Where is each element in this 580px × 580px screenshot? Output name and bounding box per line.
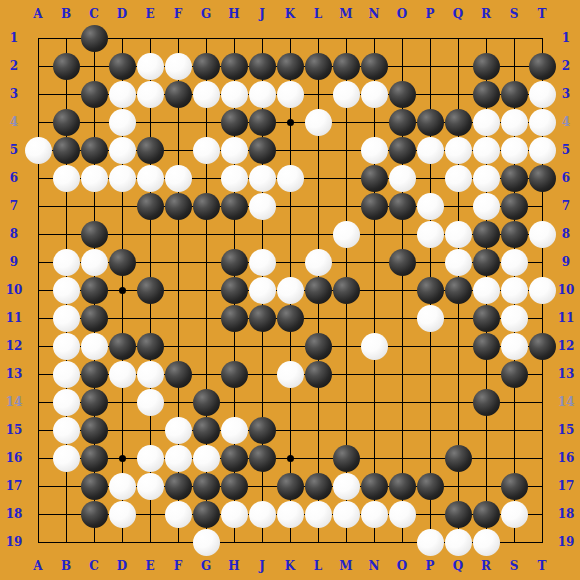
stone-white-K18[interactable] [277,501,304,528]
stone-white-C12[interactable] [81,333,108,360]
coord-label-right: 3 [552,87,580,101]
stone-white-K3[interactable] [277,81,304,108]
stone-white-F2[interactable] [165,53,192,80]
stone-white-R7[interactable] [473,193,500,220]
coord-label-right: 12 [552,339,580,353]
stone-white-H5[interactable] [221,137,248,164]
stone-white-R19[interactable] [473,529,500,556]
stone-black-G18[interactable] [193,501,220,528]
stone-black-T6[interactable] [529,165,556,192]
stone-white-C6[interactable] [81,165,108,192]
coord-label-left: 11 [0,311,28,325]
stone-white-S4[interactable] [501,109,528,136]
coord-label-left: 9 [0,255,28,269]
stone-black-M10[interactable] [333,277,360,304]
stone-black-C17[interactable] [81,473,108,500]
coord-label-top: H [220,7,248,21]
coord-label-right: 19 [552,535,580,549]
coord-label-top: E [136,7,164,21]
stone-white-D6[interactable] [109,165,136,192]
stone-black-E5[interactable] [137,137,164,164]
stone-white-S9[interactable] [501,249,528,276]
stone-black-R9[interactable] [473,249,500,276]
coord-label-left: 18 [0,507,28,521]
stone-white-Q8[interactable] [445,221,472,248]
stone-white-A5[interactable] [25,137,52,164]
stone-black-G15[interactable] [193,417,220,444]
stone-white-H15[interactable] [221,417,248,444]
coord-label-bottom: E [136,559,164,573]
stone-black-O5[interactable] [389,137,416,164]
stone-black-D12[interactable] [109,333,136,360]
stone-white-S10[interactable] [501,277,528,304]
stone-white-M3[interactable] [333,81,360,108]
coord-label-right: 4 [552,115,580,129]
grid-line-vertical [374,38,375,543]
stone-black-C14[interactable] [81,389,108,416]
coord-label-right: 10 [552,283,580,297]
stone-white-D17[interactable] [109,473,136,500]
coord-label-left: 15 [0,423,28,437]
coord-label-right: 18 [552,507,580,521]
stone-black-H7[interactable] [221,193,248,220]
stone-white-H18[interactable] [221,501,248,528]
stone-white-B9[interactable] [53,249,80,276]
stone-black-Q4[interactable] [445,109,472,136]
stone-white-D3[interactable] [109,81,136,108]
stone-white-K10[interactable] [277,277,304,304]
stone-white-H6[interactable] [221,165,248,192]
stone-white-O18[interactable] [389,501,416,528]
grid-line-horizontal [38,430,543,431]
stone-black-C13[interactable] [81,361,108,388]
stone-black-O9[interactable] [389,249,416,276]
stone-black-L10[interactable] [305,277,332,304]
coord-label-bottom: G [192,559,220,573]
stone-black-H2[interactable] [221,53,248,80]
stone-black-L12[interactable] [305,333,332,360]
stone-black-R12[interactable] [473,333,500,360]
stone-white-R5[interactable] [473,137,500,164]
coord-label-bottom: F [164,559,192,573]
stone-black-F17[interactable] [165,473,192,500]
coord-label-top: J [248,7,276,21]
stone-black-T12[interactable] [529,333,556,360]
stone-white-P5[interactable] [417,137,444,164]
stone-black-S17[interactable] [501,473,528,500]
coord-label-right: 13 [552,367,580,381]
stone-black-N17[interactable] [361,473,388,500]
coord-label-left: 16 [0,451,28,465]
coord-label-bottom: B [52,559,80,573]
stone-black-G7[interactable] [193,193,220,220]
stone-white-P7[interactable] [417,193,444,220]
stone-white-B11[interactable] [53,305,80,332]
stone-black-C10[interactable] [81,277,108,304]
coord-label-bottom: D [108,559,136,573]
coord-label-left: 4 [0,115,28,129]
coord-label-top: S [500,7,528,21]
stone-white-S12[interactable] [501,333,528,360]
stone-white-B16[interactable] [53,445,80,472]
stone-black-J5[interactable] [249,137,276,164]
stone-black-P10[interactable] [417,277,444,304]
stone-white-J10[interactable] [249,277,276,304]
stone-black-S13[interactable] [501,361,528,388]
stone-white-F18[interactable] [165,501,192,528]
stone-black-J4[interactable] [249,109,276,136]
stone-white-J7[interactable] [249,193,276,220]
stone-black-G17[interactable] [193,473,220,500]
stone-black-J16[interactable] [249,445,276,472]
stone-black-N2[interactable] [361,53,388,80]
coord-label-left: 19 [0,535,28,549]
stone-black-K17[interactable] [277,473,304,500]
stone-black-O4[interactable] [389,109,416,136]
coord-label-top: B [52,7,80,21]
coord-label-right: 1 [552,31,580,45]
stone-white-D13[interactable] [109,361,136,388]
stone-black-H13[interactable] [221,361,248,388]
stone-black-Q16[interactable] [445,445,472,472]
stone-white-D5[interactable] [109,137,136,164]
stone-black-C11[interactable] [81,305,108,332]
coord-label-top: T [528,7,556,21]
star-point-K4 [287,119,294,126]
stone-white-Q9[interactable] [445,249,472,276]
coord-label-top: C [80,7,108,21]
stone-white-F6[interactable] [165,165,192,192]
coord-label-right: 16 [552,451,580,465]
coord-label-left: 6 [0,171,28,185]
stone-white-K6[interactable] [277,165,304,192]
stone-black-L13[interactable] [305,361,332,388]
stone-white-O6[interactable] [389,165,416,192]
star-point-D16 [119,455,126,462]
stone-white-L9[interactable] [305,249,332,276]
stone-white-G16[interactable] [193,445,220,472]
coord-label-right: 14 [552,395,580,409]
stone-black-S7[interactable] [501,193,528,220]
coord-label-top: F [164,7,192,21]
coord-label-bottom: L [304,559,332,573]
stone-black-D2[interactable] [109,53,136,80]
stone-black-F7[interactable] [165,193,192,220]
stone-white-D4[interactable] [109,109,136,136]
stone-white-F16[interactable] [165,445,192,472]
stone-white-E2[interactable] [137,53,164,80]
stone-black-C8[interactable] [81,221,108,248]
stone-white-T8[interactable] [529,221,556,248]
stone-white-Q19[interactable] [445,529,472,556]
stone-black-M2[interactable] [333,53,360,80]
stone-white-Q6[interactable] [445,165,472,192]
stone-black-S3[interactable] [501,81,528,108]
stone-black-K11[interactable] [277,305,304,332]
stone-black-O7[interactable] [389,193,416,220]
coord-label-right: 15 [552,423,580,437]
coord-label-bottom: A [24,559,52,573]
stone-white-E13[interactable] [137,361,164,388]
stone-black-Q10[interactable] [445,277,472,304]
coord-label-right: 7 [552,199,580,213]
stone-black-B4[interactable] [53,109,80,136]
stone-black-T2[interactable] [529,53,556,80]
stone-black-C1[interactable] [81,25,108,52]
coord-label-right: 8 [552,227,580,241]
stone-black-E12[interactable] [137,333,164,360]
stone-white-F15[interactable] [165,417,192,444]
stone-white-M18[interactable] [333,501,360,528]
coord-label-top: N [360,7,388,21]
stone-black-J2[interactable] [249,53,276,80]
stone-white-B12[interactable] [53,333,80,360]
coord-label-top: O [388,7,416,21]
stone-black-R18[interactable] [473,501,500,528]
stone-white-R4[interactable] [473,109,500,136]
coord-label-bottom: N [360,559,388,573]
stone-black-H9[interactable] [221,249,248,276]
stone-white-E14[interactable] [137,389,164,416]
grid-line-horizontal [38,402,543,403]
coord-label-top: K [276,7,304,21]
coord-label-right: 9 [552,255,580,269]
stone-black-E10[interactable] [137,277,164,304]
stone-white-H3[interactable] [221,81,248,108]
star-point-D10 [119,287,126,294]
stone-black-B2[interactable] [53,53,80,80]
stone-black-H10[interactable] [221,277,248,304]
coord-label-left: 14 [0,395,28,409]
star-point-K16 [287,455,294,462]
stone-black-J15[interactable] [249,417,276,444]
stone-black-G2[interactable] [193,53,220,80]
stone-black-G14[interactable] [193,389,220,416]
stone-black-H4[interactable] [221,109,248,136]
stone-black-C5[interactable] [81,137,108,164]
stone-black-O3[interactable] [389,81,416,108]
stone-white-D18[interactable] [109,501,136,528]
stone-white-E17[interactable] [137,473,164,500]
stone-white-J3[interactable] [249,81,276,108]
stone-white-N3[interactable] [361,81,388,108]
coord-label-left: 13 [0,367,28,381]
coord-label-left: 5 [0,143,28,157]
stone-white-T10[interactable] [529,277,556,304]
coord-label-left: 2 [0,59,28,73]
coord-label-top: M [332,7,360,21]
stone-white-S11[interactable] [501,305,528,332]
coord-label-bottom: R [472,559,500,573]
stone-black-C15[interactable] [81,417,108,444]
stone-white-G3[interactable] [193,81,220,108]
stone-white-G5[interactable] [193,137,220,164]
stone-black-H17[interactable] [221,473,248,500]
stone-black-C18[interactable] [81,501,108,528]
coord-label-right: 5 [552,143,580,157]
stone-white-P11[interactable] [417,305,444,332]
stone-white-L4[interactable] [305,109,332,136]
stone-black-R14[interactable] [473,389,500,416]
coord-label-right: 17 [552,479,580,493]
stone-black-R8[interactable] [473,221,500,248]
stone-black-Q18[interactable] [445,501,472,528]
stone-white-K13[interactable] [277,361,304,388]
stone-white-M8[interactable] [333,221,360,248]
coord-label-left: 1 [0,31,28,45]
stone-black-N6[interactable] [361,165,388,192]
stone-white-T3[interactable] [529,81,556,108]
stone-black-R11[interactable] [473,305,500,332]
coord-label-bottom: O [388,559,416,573]
stone-black-S6[interactable] [501,165,528,192]
stone-black-M16[interactable] [333,445,360,472]
coord-label-bottom: Q [444,559,472,573]
stone-black-E7[interactable] [137,193,164,220]
stone-white-G19[interactable] [193,529,220,556]
stone-black-H11[interactable] [221,305,248,332]
coord-label-top: L [304,7,332,21]
coord-label-right: 11 [552,311,580,325]
stone-black-D9[interactable] [109,249,136,276]
stone-white-P19[interactable] [417,529,444,556]
stone-white-J18[interactable] [249,501,276,528]
coord-label-right: 6 [552,171,580,185]
stone-white-M17[interactable] [333,473,360,500]
stone-white-Q5[interactable] [445,137,472,164]
stone-white-L18[interactable] [305,501,332,528]
stone-black-H16[interactable] [221,445,248,472]
stone-white-B6[interactable] [53,165,80,192]
stone-white-N18[interactable] [361,501,388,528]
stone-white-B10[interactable] [53,277,80,304]
stone-white-B14[interactable] [53,389,80,416]
stone-black-P4[interactable] [417,109,444,136]
stone-black-O17[interactable] [389,473,416,500]
coord-label-bottom: C [80,559,108,573]
coord-label-top: G [192,7,220,21]
stone-black-J11[interactable] [249,305,276,332]
coord-label-bottom: K [276,559,304,573]
stone-white-B13[interactable] [53,361,80,388]
coord-label-right: 2 [552,59,580,73]
stone-white-S18[interactable] [501,501,528,528]
stone-white-J6[interactable] [249,165,276,192]
coord-label-left: 17 [0,479,28,493]
stone-black-S8[interactable] [501,221,528,248]
stone-white-S5[interactable] [501,137,528,164]
coord-label-bottom: P [416,559,444,573]
coord-label-left: 12 [0,339,28,353]
coord-label-top: R [472,7,500,21]
stone-white-R10[interactable] [473,277,500,304]
coord-label-top: P [416,7,444,21]
stone-black-R3[interactable] [473,81,500,108]
stone-white-E6[interactable] [137,165,164,192]
stone-white-T4[interactable] [529,109,556,136]
coord-label-bottom: M [332,559,360,573]
stone-black-L17[interactable] [305,473,332,500]
coord-label-left: 7 [0,199,28,213]
stone-black-P17[interactable] [417,473,444,500]
stone-black-K2[interactable] [277,53,304,80]
stone-white-J9[interactable] [249,249,276,276]
stone-black-C3[interactable] [81,81,108,108]
stone-white-N12[interactable] [361,333,388,360]
stone-black-F3[interactable] [165,81,192,108]
stone-white-P8[interactable] [417,221,444,248]
stone-black-B5[interactable] [53,137,80,164]
stone-white-T5[interactable] [529,137,556,164]
coord-label-top: Q [444,7,472,21]
coord-label-left: 8 [0,227,28,241]
stone-white-B15[interactable] [53,417,80,444]
stone-black-F13[interactable] [165,361,192,388]
stone-black-N7[interactable] [361,193,388,220]
stone-white-E3[interactable] [137,81,164,108]
coord-label-top: D [108,7,136,21]
goban[interactable]: AABBCCDDEEFFGGHHJJKKLLMMNNOOPPQQRRSSTT11… [0,0,580,580]
stone-black-L2[interactable] [305,53,332,80]
coord-label-bottom: S [500,559,528,573]
stone-black-R2[interactable] [473,53,500,80]
coord-label-left: 3 [0,87,28,101]
stone-white-N5[interactable] [361,137,388,164]
coord-label-bottom: H [220,559,248,573]
stone-white-C9[interactable] [81,249,108,276]
coord-label-bottom: J [248,559,276,573]
stone-black-C16[interactable] [81,445,108,472]
stone-white-E16[interactable] [137,445,164,472]
coord-label-top: A [24,7,52,21]
coord-label-left: 10 [0,283,28,297]
coord-label-bottom: T [528,559,556,573]
stone-white-R6[interactable] [473,165,500,192]
